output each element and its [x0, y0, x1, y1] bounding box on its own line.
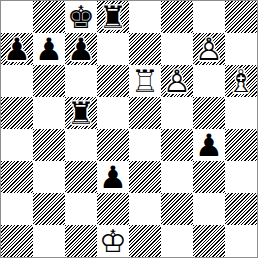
square-b6[interactable] [33, 65, 65, 97]
piece-black-rook[interactable]: ♜ [65, 97, 97, 129]
square-f6[interactable]: ♟♙ [161, 65, 193, 97]
piece-white-pawn[interactable]: ♟♙ [193, 33, 225, 65]
square-a6[interactable] [1, 65, 33, 97]
square-g5[interactable] [193, 97, 225, 129]
square-g3[interactable] [193, 161, 225, 193]
piece-white-king[interactable]: ♚♔ [97, 225, 129, 257]
square-c2[interactable] [65, 193, 97, 225]
square-a7[interactable]: ♟ [1, 33, 33, 65]
square-b4[interactable] [33, 129, 65, 161]
square-a5[interactable] [1, 97, 33, 129]
piece-white-pawn[interactable]: ♟♙ [161, 65, 193, 97]
square-f5[interactable] [161, 97, 193, 129]
square-d1[interactable]: ♚♔ [97, 225, 129, 257]
square-f1[interactable] [161, 225, 193, 257]
square-d5[interactable] [97, 97, 129, 129]
piece-black-pawn[interactable]: ♟ [97, 161, 129, 193]
square-e4[interactable] [129, 129, 161, 161]
square-e6[interactable]: ♜♖ [129, 65, 161, 97]
square-c7[interactable]: ♟ [65, 33, 97, 65]
square-h3[interactable] [225, 161, 257, 193]
square-h5[interactable] [225, 97, 257, 129]
square-f3[interactable] [161, 161, 193, 193]
square-b3[interactable] [33, 161, 65, 193]
square-e5[interactable] [129, 97, 161, 129]
square-e7[interactable] [129, 33, 161, 65]
square-c4[interactable] [65, 129, 97, 161]
black-pawn-glyph: ♟ [65, 33, 97, 65]
square-c1[interactable] [65, 225, 97, 257]
square-b7[interactable]: ♟ [33, 33, 65, 65]
black-pawn-glyph: ♟ [97, 161, 129, 193]
square-b5[interactable] [33, 97, 65, 129]
piece-black-pawn[interactable]: ♟ [1, 33, 33, 65]
square-d4[interactable] [97, 129, 129, 161]
white-bishop-glyph: ♗ [225, 65, 257, 97]
black-king-glyph: ♚ [65, 1, 97, 33]
square-c3[interactable] [65, 161, 97, 193]
square-g2[interactable] [193, 193, 225, 225]
square-a1[interactable] [1, 225, 33, 257]
square-b8[interactable] [33, 1, 65, 33]
piece-black-rook[interactable]: ♜ [97, 1, 129, 33]
square-h8[interactable] [225, 1, 257, 33]
square-b1[interactable] [33, 225, 65, 257]
square-h4[interactable] [225, 129, 257, 161]
square-a8[interactable] [1, 1, 33, 33]
black-pawn-glyph: ♟ [1, 33, 33, 65]
square-f7[interactable] [161, 33, 193, 65]
white-pawn-glyph: ♙ [193, 33, 225, 65]
square-a4[interactable] [1, 129, 33, 161]
piece-black-pawn[interactable]: ♟ [65, 33, 97, 65]
piece-black-king[interactable]: ♚ [65, 1, 97, 33]
square-e8[interactable] [129, 1, 161, 33]
square-d6[interactable] [97, 65, 129, 97]
square-h2[interactable] [225, 193, 257, 225]
square-h6[interactable]: ♝♗ [225, 65, 257, 97]
square-e2[interactable] [129, 193, 161, 225]
black-pawn-glyph: ♟ [33, 33, 65, 65]
white-rook-glyph: ♖ [129, 65, 161, 97]
square-a3[interactable] [1, 161, 33, 193]
square-e3[interactable] [129, 161, 161, 193]
square-e1[interactable] [129, 225, 161, 257]
white-pawn-glyph: ♙ [161, 65, 193, 97]
square-g7[interactable]: ♟♙ [193, 33, 225, 65]
square-b2[interactable] [33, 193, 65, 225]
square-d2[interactable] [97, 193, 129, 225]
piece-white-rook[interactable]: ♜♖ [129, 65, 161, 97]
square-f8[interactable] [161, 1, 193, 33]
square-a2[interactable] [1, 193, 33, 225]
piece-black-pawn[interactable]: ♟ [33, 33, 65, 65]
square-d7[interactable] [97, 33, 129, 65]
piece-black-pawn[interactable]: ♟ [193, 129, 225, 161]
black-rook-glyph: ♜ [97, 1, 129, 33]
black-rook-glyph: ♜ [65, 97, 97, 129]
square-g6[interactable] [193, 65, 225, 97]
square-f2[interactable] [161, 193, 193, 225]
white-king-glyph: ♔ [97, 225, 129, 257]
square-g4[interactable]: ♟ [193, 129, 225, 161]
piece-white-bishop[interactable]: ♝♗ [225, 65, 257, 97]
square-g1[interactable] [193, 225, 225, 257]
square-c5[interactable]: ♜ [65, 97, 97, 129]
square-d8[interactable]: ♜ [97, 1, 129, 33]
square-c8[interactable]: ♚ [65, 1, 97, 33]
chess-diagram: ♚♜♟♟♟♟♙♜♖♟♙♝♗♜♟♟♚♔ [0, 0, 258, 258]
square-h7[interactable] [225, 33, 257, 65]
square-d3[interactable]: ♟ [97, 161, 129, 193]
square-c6[interactable] [65, 65, 97, 97]
chess-board: ♚♜♟♟♟♟♙♜♖♟♙♝♗♜♟♟♚♔ [0, 0, 258, 258]
black-pawn-glyph: ♟ [193, 129, 225, 161]
square-h1[interactable] [225, 225, 257, 257]
square-f4[interactable] [161, 129, 193, 161]
square-g8[interactable] [193, 1, 225, 33]
